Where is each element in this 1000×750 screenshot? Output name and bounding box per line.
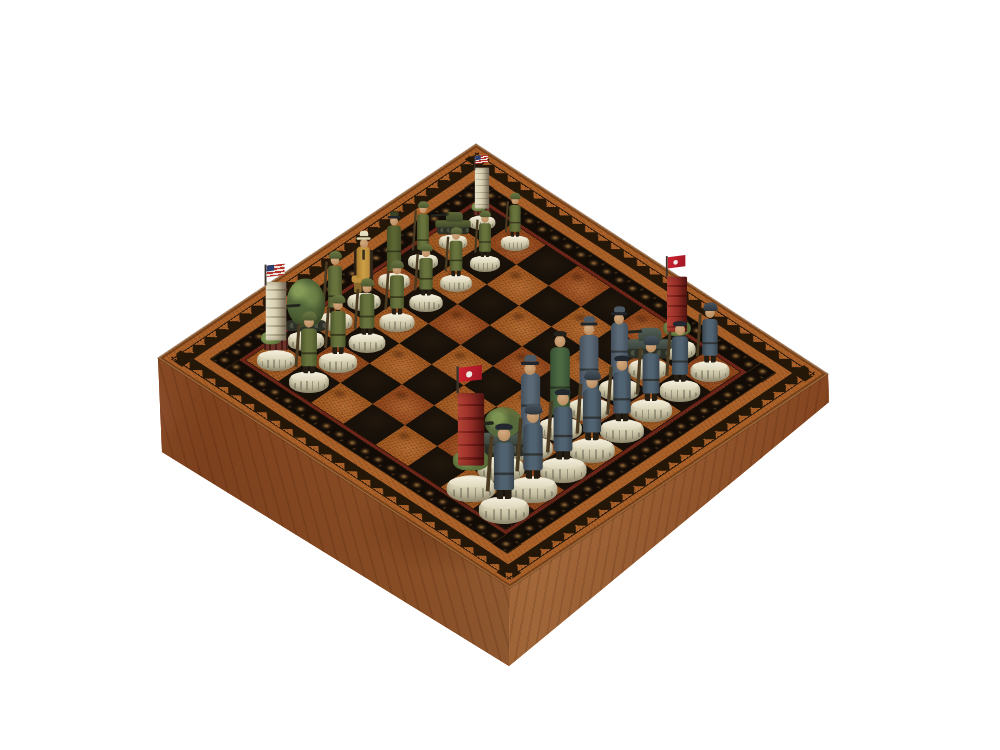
piece-white-pawn-h2 [277,254,341,393]
piece-black-pawn-h8 [464,348,544,524]
pieces-layer [0,0,1000,750]
product-photo-stage [0,0,1000,750]
